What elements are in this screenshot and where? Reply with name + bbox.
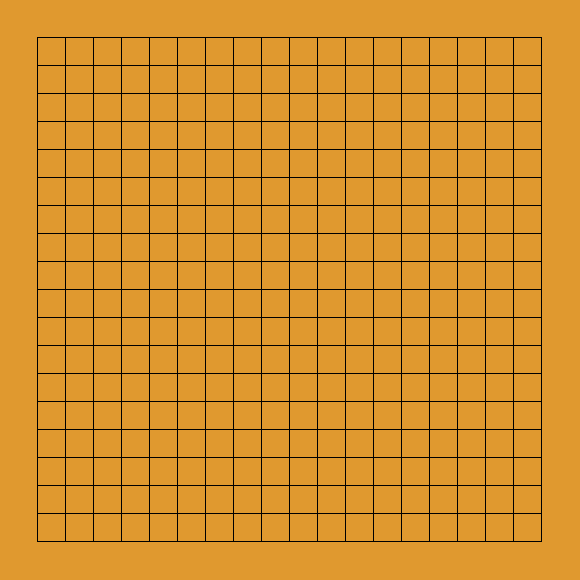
go-board [0,0,580,580]
board-intersections [24,24,556,556]
